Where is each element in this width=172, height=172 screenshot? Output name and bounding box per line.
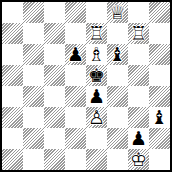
white-rook-icon: ♖ [86,23,107,44]
white-queen-piece[interactable]: ♛♕ [107,2,128,23]
square-d2[interactable] [65,128,86,149]
square-f7[interactable] [107,23,128,44]
square-h8[interactable] [149,2,170,23]
black-pawn-piece[interactable]: ♟ [128,128,149,149]
square-e8[interactable] [86,2,107,23]
square-d4[interactable] [65,86,86,107]
square-e4[interactable]: ♟ [86,86,107,107]
square-a4[interactable] [2,86,23,107]
square-c5[interactable] [44,65,65,86]
square-e7[interactable]: ♜♖ [86,23,107,44]
white-rook-icon: ♖ [128,23,149,44]
square-g1[interactable]: ♚♔ [128,149,149,170]
black-king-piece[interactable]: ♚ [86,65,107,86]
square-d6[interactable]: ♟ [65,44,86,65]
square-c1[interactable] [44,149,65,170]
white-queen-icon: ♕ [107,2,128,23]
white-rook-piece[interactable]: ♜♖ [128,23,149,44]
square-a7[interactable] [2,23,23,44]
square-h7[interactable] [149,23,170,44]
square-f2[interactable] [107,128,128,149]
square-a6[interactable] [2,44,23,65]
square-g8[interactable] [128,2,149,23]
square-a8[interactable] [2,2,23,23]
square-d1[interactable] [65,149,86,170]
square-a5[interactable] [2,65,23,86]
square-a2[interactable] [2,128,23,149]
white-pawn-icon: ♙ [86,107,107,128]
square-b1[interactable] [23,149,44,170]
square-g2[interactable]: ♟ [128,128,149,149]
white-bishop-icon: ♗ [86,44,107,65]
square-c3[interactable] [44,107,65,128]
black-pawn-piece[interactable]: ♟ [65,44,86,65]
square-d5[interactable] [65,65,86,86]
square-b7[interactable] [23,23,44,44]
white-bishop-piece[interactable]: ♝♗ [86,44,107,65]
square-f3[interactable] [107,107,128,128]
square-c8[interactable] [44,2,65,23]
square-e5[interactable]: ♚ [86,65,107,86]
square-f5[interactable] [107,65,128,86]
square-h6[interactable] [149,44,170,65]
square-f6[interactable]: ♝ [107,44,128,65]
square-g5[interactable] [128,65,149,86]
square-b5[interactable] [23,65,44,86]
square-f4[interactable] [107,86,128,107]
square-c6[interactable] [44,44,65,65]
white-rook-piece[interactable]: ♜♖ [86,23,107,44]
square-e2[interactable] [86,128,107,149]
square-g6[interactable] [128,44,149,65]
square-d7[interactable] [65,23,86,44]
square-h3[interactable]: ♝ [149,107,170,128]
square-c4[interactable] [44,86,65,107]
square-a1[interactable] [2,149,23,170]
square-h5[interactable] [149,65,170,86]
white-king-icon: ♔ [128,149,149,170]
square-b6[interactable] [23,44,44,65]
square-d8[interactable] [65,2,86,23]
square-h4[interactable] [149,86,170,107]
square-f1[interactable] [107,149,128,170]
square-b4[interactable] [23,86,44,107]
black-bishop-piece[interactable]: ♝ [107,44,128,65]
square-g7[interactable]: ♜♖ [128,23,149,44]
black-bishop-piece[interactable]: ♝ [149,107,170,128]
square-g3[interactable] [128,107,149,128]
white-king-piece[interactable]: ♚♔ [128,149,149,170]
square-a3[interactable] [2,107,23,128]
chess-board: ♛♕♜♖♜♖♟♝♗♝♚♟♟♙♝♟♚♔ [0,0,172,172]
square-e3[interactable]: ♟♙ [86,107,107,128]
square-b3[interactable] [23,107,44,128]
square-h1[interactable] [149,149,170,170]
square-h2[interactable] [149,128,170,149]
square-b8[interactable] [23,2,44,23]
square-b2[interactable] [23,128,44,149]
square-g4[interactable] [128,86,149,107]
square-d3[interactable] [65,107,86,128]
black-pawn-piece[interactable]: ♟ [86,86,107,107]
square-e6[interactable]: ♝♗ [86,44,107,65]
white-pawn-piece[interactable]: ♟♙ [86,107,107,128]
square-e1[interactable] [86,149,107,170]
square-c7[interactable] [44,23,65,44]
square-f8[interactable]: ♛♕ [107,2,128,23]
square-c2[interactable] [44,128,65,149]
